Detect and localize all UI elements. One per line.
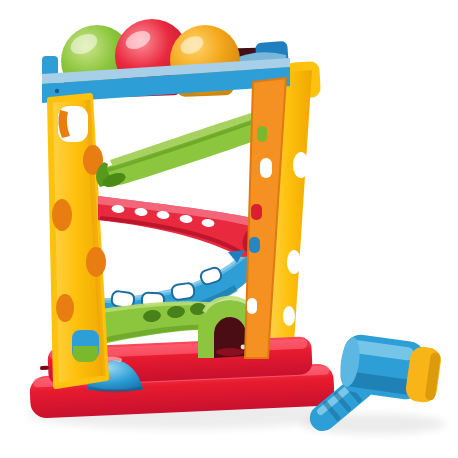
toy-product-photo [0,0,458,458]
cutout-blue [249,237,260,253]
cutout [260,158,272,178]
cutout [56,294,74,322]
cutout [247,298,257,314]
hole [171,283,195,301]
cutout [86,247,106,277]
cutout-red [251,204,262,220]
cutout-bottom-green [73,346,98,362]
cutout [287,250,301,274]
cutout [52,199,72,231]
tunnel-floor [216,348,244,356]
cutout [293,152,309,178]
cutout-green [257,126,267,142]
photo-stage [0,0,458,458]
cutout [283,306,295,326]
screw-dot [55,89,59,93]
base-slot [40,366,49,370]
